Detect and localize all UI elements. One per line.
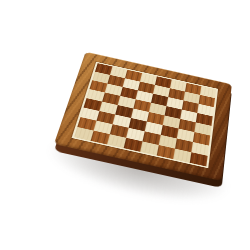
square-f1 [157, 145, 175, 159]
square-g1 [173, 149, 191, 163]
product-photo [0, 0, 250, 250]
square-h1 [190, 152, 208, 166]
board-grid [72, 62, 219, 168]
